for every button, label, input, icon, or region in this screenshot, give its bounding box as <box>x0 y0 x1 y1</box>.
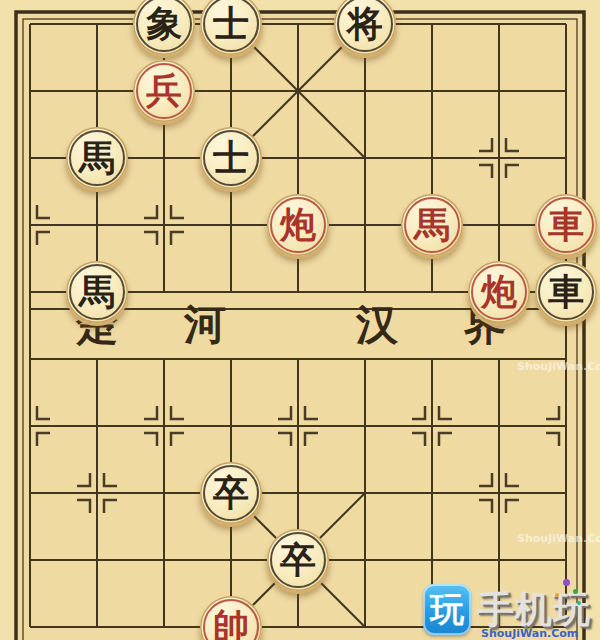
piece-red-soldier[interactable]: 兵 <box>133 60 195 122</box>
piece-glyph: 炮 <box>481 273 517 309</box>
piece-glyph: 炮 <box>280 206 316 242</box>
decorative-dot-orange <box>555 593 559 597</box>
piece-red-cannon-a[interactable]: 炮 <box>267 194 329 256</box>
decorative-dot-purple <box>563 579 570 586</box>
piece-glyph: 将 <box>347 5 383 41</box>
ghost-site-watermark: ShouJiWan.Com <box>517 532 597 547</box>
river-char: 汉 <box>356 301 398 349</box>
piece-glyph: 士 <box>213 5 249 41</box>
piece-black-soldier-b[interactable]: 卒 <box>267 529 329 591</box>
brand-icon-char: 玩 <box>430 587 464 633</box>
piece-black-advisor-b[interactable]: 士 <box>200 127 262 189</box>
piece-glyph: 兵 <box>146 72 182 108</box>
river-char: 河 <box>184 301 226 349</box>
ghost-site-watermark: ShouJiWan.Com <box>517 360 597 375</box>
piece-glyph: 士 <box>213 139 249 175</box>
piece-glyph: 卒 <box>213 474 249 510</box>
piece-glyph: 卒 <box>280 541 316 577</box>
piece-black-horse-b[interactable]: 馬 <box>66 261 128 323</box>
piece-black-soldier-a[interactable]: 卒 <box>200 462 262 524</box>
piece-glyph: 馬 <box>79 273 115 309</box>
piece-red-horse[interactable]: 馬 <box>401 194 463 256</box>
decorative-dot-teal <box>577 601 581 605</box>
piece-glyph: 馬 <box>79 139 115 175</box>
piece-glyph: 馬 <box>414 206 450 242</box>
brand-app-icon: 玩 <box>423 584 471 635</box>
piece-glyph: 車 <box>548 206 584 242</box>
piece-glyph: 車 <box>548 273 584 309</box>
piece-red-cannon-b[interactable]: 炮 <box>468 261 530 323</box>
piece-glyph: 象 <box>146 5 182 41</box>
piece-black-chariot[interactable]: 車 <box>535 261 597 323</box>
piece-glyph: 帥 <box>213 608 249 640</box>
brand-site-url: ShouJiWan.Com <box>478 627 581 640</box>
xiangqi-game-screen: 楚 河 汉 界 象士将兵馬士炮馬車馬炮車卒卒帥 ShouJiWan.Com Sh… <box>0 0 600 640</box>
piece-red-chariot[interactable]: 車 <box>535 194 597 256</box>
decorative-dot-green <box>573 589 578 594</box>
piece-black-horse-a[interactable]: 馬 <box>66 127 128 189</box>
brand-watermark: 玩 手机玩 ShouJiWan.Com <box>420 581 600 640</box>
